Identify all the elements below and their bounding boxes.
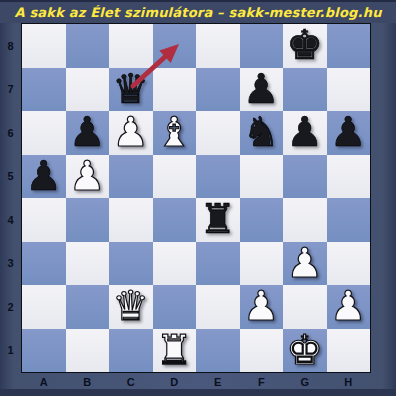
rank-label-6: 6 [0, 111, 21, 155]
file-label-h: H [327, 375, 371, 389]
square-h3[interactable] [327, 242, 371, 286]
piece-white-pawn[interactable]: ♟ [112, 112, 149, 153]
piece-black-pawn[interactable]: ♟ [25, 156, 62, 197]
piece-black-rook[interactable]: ♜ [199, 199, 236, 240]
file-label-c: C [109, 375, 153, 389]
square-f3[interactable] [240, 242, 284, 286]
piece-black-pawn[interactable]: ♟ [330, 112, 367, 153]
piece-white-king[interactable]: ♚ [286, 330, 323, 371]
bottom-edge-divider [0, 389, 396, 396]
square-b4[interactable] [66, 198, 110, 242]
square-f4[interactable] [240, 198, 284, 242]
square-d4[interactable] [153, 198, 197, 242]
rank-label-3: 3 [0, 242, 21, 286]
square-a5[interactable]: ♟ [22, 155, 66, 199]
square-c6[interactable]: ♟ [109, 111, 153, 155]
piece-black-knight[interactable]: ♞ [243, 112, 280, 153]
square-a6[interactable] [22, 111, 66, 155]
file-label-e: E [196, 375, 240, 389]
square-g7[interactable] [283, 68, 327, 112]
square-g2[interactable] [283, 285, 327, 329]
square-a1[interactable] [22, 329, 66, 373]
square-c2[interactable]: ♛ [109, 285, 153, 329]
square-g1[interactable]: ♚ [283, 329, 327, 373]
square-g3[interactable]: ♟ [283, 242, 327, 286]
square-b6[interactable]: ♟ [66, 111, 110, 155]
piece-black-pawn[interactable]: ♟ [243, 69, 280, 110]
square-b7[interactable] [66, 68, 110, 112]
chess-diagram: A sakk az Élet szimulátora – sakk-mester… [0, 0, 396, 396]
square-c1[interactable] [109, 329, 153, 373]
piece-black-pawn[interactable]: ♟ [69, 112, 106, 153]
square-h8[interactable] [327, 24, 371, 68]
page-title: A sakk az Élet szimulátora – sakk-mester… [0, 2, 396, 23]
square-a8[interactable] [22, 24, 66, 68]
piece-black-king[interactable]: ♚ [286, 25, 323, 66]
rank-label-2: 2 [0, 285, 21, 329]
piece-black-queen[interactable]: ♛ [112, 69, 149, 110]
square-f1[interactable] [240, 329, 284, 373]
square-d6[interactable]: ♝ [153, 111, 197, 155]
square-f5[interactable] [240, 155, 284, 199]
square-c5[interactable] [109, 155, 153, 199]
square-c4[interactable] [109, 198, 153, 242]
rank-label-7: 7 [0, 68, 21, 112]
piece-white-pawn[interactable]: ♟ [69, 156, 106, 197]
rank-label-4: 4 [0, 198, 21, 242]
square-h4[interactable] [327, 198, 371, 242]
square-h5[interactable] [327, 155, 371, 199]
square-h6[interactable]: ♟ [327, 111, 371, 155]
square-d7[interactable] [153, 68, 197, 112]
square-e1[interactable] [196, 329, 240, 373]
square-e2[interactable] [196, 285, 240, 329]
square-c8[interactable] [109, 24, 153, 68]
square-d1[interactable]: ♜ [153, 329, 197, 373]
square-e5[interactable] [196, 155, 240, 199]
square-b1[interactable] [66, 329, 110, 373]
square-e8[interactable] [196, 24, 240, 68]
square-e6[interactable] [196, 111, 240, 155]
square-f8[interactable] [240, 24, 284, 68]
file-label-b: B [66, 375, 110, 389]
square-d3[interactable] [153, 242, 197, 286]
rank-label-1: 1 [0, 329, 21, 373]
square-c3[interactable] [109, 242, 153, 286]
piece-black-pawn[interactable]: ♟ [286, 112, 323, 153]
square-d2[interactable] [153, 285, 197, 329]
piece-white-rook[interactable]: ♜ [156, 330, 193, 371]
file-label-f: F [240, 375, 284, 389]
rank-label-8: 8 [0, 24, 21, 68]
square-h7[interactable] [327, 68, 371, 112]
square-a7[interactable] [22, 68, 66, 112]
square-f6[interactable]: ♞ [240, 111, 284, 155]
square-h2[interactable]: ♟ [327, 285, 371, 329]
square-b2[interactable] [66, 285, 110, 329]
square-g8[interactable]: ♚ [283, 24, 327, 68]
piece-white-pawn[interactable]: ♟ [330, 286, 367, 327]
square-b5[interactable]: ♟ [66, 155, 110, 199]
piece-white-bishop[interactable]: ♝ [156, 112, 193, 153]
square-c7[interactable]: ♛ [109, 68, 153, 112]
piece-white-pawn[interactable]: ♟ [243, 286, 280, 327]
file-label-a: A [22, 375, 66, 389]
square-g6[interactable]: ♟ [283, 111, 327, 155]
square-e3[interactable] [196, 242, 240, 286]
square-g4[interactable] [283, 198, 327, 242]
rank-label-5: 5 [0, 155, 21, 199]
piece-white-pawn[interactable]: ♟ [286, 243, 323, 284]
square-h1[interactable] [327, 329, 371, 373]
file-label-d: D [153, 375, 197, 389]
square-e4[interactable]: ♜ [196, 198, 240, 242]
square-f7[interactable]: ♟ [240, 68, 284, 112]
file-label-g: G [283, 375, 327, 389]
square-a3[interactable] [22, 242, 66, 286]
square-a2[interactable] [22, 285, 66, 329]
square-f2[interactable]: ♟ [240, 285, 284, 329]
square-b3[interactable] [66, 242, 110, 286]
board: ♚♛♟♟♟♝♞♟♟♟♟♜♟♛♟♟♜♚ [21, 23, 371, 373]
square-d8[interactable] [153, 24, 197, 68]
piece-white-queen[interactable]: ♛ [112, 286, 149, 327]
square-e7[interactable] [196, 68, 240, 112]
square-g5[interactable] [283, 155, 327, 199]
square-a4[interactable] [22, 198, 66, 242]
square-d5[interactable] [153, 155, 197, 199]
square-b8[interactable] [66, 24, 110, 68]
